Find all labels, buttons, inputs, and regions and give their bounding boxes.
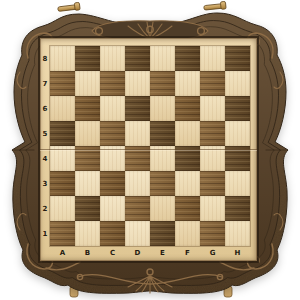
rank-label-1: 1	[40, 221, 50, 246]
chess-board: 87654321 ABCDEFGH	[40, 38, 257, 261]
square-f1[interactable]	[175, 221, 200, 246]
square-c2[interactable]	[100, 196, 125, 221]
square-e1[interactable]	[150, 221, 175, 246]
file-label-b: B	[75, 249, 100, 257]
square-g6[interactable]	[200, 96, 225, 121]
square-d8[interactable]	[125, 46, 150, 71]
square-a7[interactable]	[50, 71, 75, 96]
square-f8[interactable]	[175, 46, 200, 71]
square-g5[interactable]	[200, 121, 225, 146]
rank-label-7: 7	[40, 71, 50, 96]
square-c1[interactable]	[100, 221, 125, 246]
square-d2[interactable]	[125, 196, 150, 221]
square-a2[interactable]	[50, 196, 75, 221]
square-f7[interactable]	[175, 71, 200, 96]
square-a1[interactable]	[50, 221, 75, 246]
file-label-d: D	[125, 249, 150, 257]
square-c8[interactable]	[100, 46, 125, 71]
square-e3[interactable]	[150, 171, 175, 196]
square-b5[interactable]	[75, 121, 100, 146]
square-b2[interactable]	[75, 196, 100, 221]
square-h3[interactable]	[225, 171, 250, 196]
square-g2[interactable]	[200, 196, 225, 221]
square-g8[interactable]	[200, 46, 225, 71]
square-c7[interactable]	[100, 71, 125, 96]
chess-board-grid	[50, 46, 250, 246]
square-b1[interactable]	[75, 221, 100, 246]
rank-label-6: 6	[40, 96, 50, 121]
file-label-a: A	[50, 249, 75, 257]
square-d7[interactable]	[125, 71, 150, 96]
square-d5[interactable]	[125, 121, 150, 146]
square-e5[interactable]	[150, 121, 175, 146]
square-f2[interactable]	[175, 196, 200, 221]
square-b6[interactable]	[75, 96, 100, 121]
square-g7[interactable]	[200, 71, 225, 96]
square-a5[interactable]	[50, 121, 75, 146]
square-d6[interactable]	[125, 96, 150, 121]
rank-label-8: 8	[40, 46, 50, 71]
square-h2[interactable]	[225, 196, 250, 221]
rank-label-5: 5	[40, 121, 50, 146]
file-label-e: E	[150, 249, 175, 257]
square-c3[interactable]	[100, 171, 125, 196]
square-d1[interactable]	[125, 221, 150, 246]
rank-label-3: 3	[40, 171, 50, 196]
square-h8[interactable]	[225, 46, 250, 71]
file-label-g: G	[200, 249, 225, 257]
square-f6[interactable]	[175, 96, 200, 121]
square-h5[interactable]	[225, 121, 250, 146]
hinge-icon	[57, 1, 226, 12]
square-e8[interactable]	[150, 46, 175, 71]
rank-labels: 87654321	[40, 46, 50, 246]
square-a3[interactable]	[50, 171, 75, 196]
square-g3[interactable]	[200, 171, 225, 196]
square-a6[interactable]	[50, 96, 75, 121]
square-g1[interactable]	[200, 221, 225, 246]
square-f3[interactable]	[175, 171, 200, 196]
square-h1[interactable]	[225, 221, 250, 246]
file-label-f: F	[175, 249, 200, 257]
square-b7[interactable]	[75, 71, 100, 96]
square-e6[interactable]	[150, 96, 175, 121]
square-e2[interactable]	[150, 196, 175, 221]
square-c6[interactable]	[100, 96, 125, 121]
square-h6[interactable]	[225, 96, 250, 121]
square-f5[interactable]	[175, 121, 200, 146]
square-e7[interactable]	[150, 71, 175, 96]
square-c5[interactable]	[100, 121, 125, 146]
square-b8[interactable]	[75, 46, 100, 71]
file-label-h: H	[225, 249, 250, 257]
rank-label-2: 2	[40, 196, 50, 221]
file-labels: ABCDEFGH	[50, 247, 250, 259]
square-b3[interactable]	[75, 171, 100, 196]
square-h7[interactable]	[225, 71, 250, 96]
chess-board-photo: 87654321 ABCDEFGH	[0, 0, 300, 300]
fold-seam	[40, 149, 257, 150]
square-d3[interactable]	[125, 171, 150, 196]
square-a8[interactable]	[50, 46, 75, 71]
file-label-c: C	[100, 249, 125, 257]
